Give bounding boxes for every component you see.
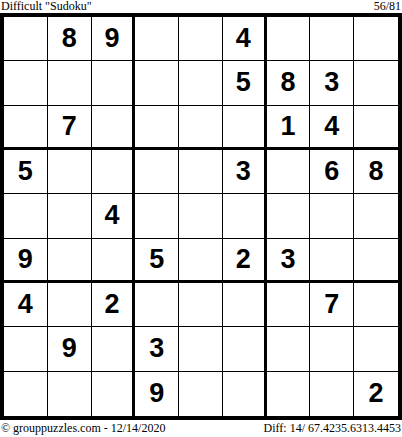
sudoku-cell-r8c6[interactable] — [223, 327, 267, 371]
sudoku-cell-r8c4[interactable]: 3 — [135, 327, 179, 371]
sudoku-cell-r4c7[interactable] — [267, 150, 311, 194]
sudoku-cell-r6c4[interactable]: 5 — [135, 239, 179, 283]
sudoku-cell-r8c2[interactable]: 9 — [48, 327, 92, 371]
sudoku-cell-r9c1[interactable] — [4, 372, 48, 416]
sudoku-cell-r1c9[interactable] — [354, 17, 398, 61]
sudoku-cell-r7c1[interactable]: 4 — [4, 283, 48, 327]
sudoku-cell-r2c9[interactable] — [354, 61, 398, 105]
sudoku-cell-r2c5[interactable] — [179, 61, 223, 105]
sudoku-cell-r7c3[interactable]: 2 — [92, 283, 136, 327]
sudoku-cell-r1c3[interactable]: 9 — [92, 17, 136, 61]
sudoku-cell-r5c8[interactable] — [310, 194, 354, 238]
sudoku-cell-r7c5[interactable] — [179, 283, 223, 327]
sudoku-page: Difficult "Sudoku" 56/81 894583714536849… — [0, 0, 402, 437]
sudoku-cell-r5c1[interactable] — [4, 194, 48, 238]
puzzle-title: Difficult "Sudoku" — [0, 0, 92, 13]
sudoku-cell-r2c2[interactable] — [48, 61, 92, 105]
sudoku-cell-r6c5[interactable] — [179, 239, 223, 283]
sudoku-cell-r5c6[interactable] — [223, 194, 267, 238]
sudoku-cell-r5c5[interactable] — [179, 194, 223, 238]
sudoku-cell-r7c8[interactable]: 7 — [310, 283, 354, 327]
footer: © grouppuzzles.com - 12/14/2020 Diff: 14… — [0, 420, 402, 437]
sudoku-cell-r8c9[interactable] — [354, 327, 398, 371]
sudoku-cell-r4c4[interactable] — [135, 150, 179, 194]
sudoku-cell-r5c3[interactable]: 4 — [92, 194, 136, 238]
sudoku-cell-r1c7[interactable] — [267, 17, 311, 61]
sudoku-cell-r4c1[interactable]: 5 — [4, 150, 48, 194]
sudoku-cell-r9c6[interactable] — [223, 372, 267, 416]
sudoku-cell-r3c6[interactable] — [223, 106, 267, 150]
sudoku-cell-r2c6[interactable]: 5 — [223, 61, 267, 105]
sudoku-cell-r8c8[interactable] — [310, 327, 354, 371]
sudoku-cell-r6c1[interactable]: 9 — [4, 239, 48, 283]
sudoku-cell-r5c2[interactable] — [48, 194, 92, 238]
sudoku-cell-r3c7[interactable]: 1 — [267, 106, 311, 150]
sudoku-cell-r8c5[interactable] — [179, 327, 223, 371]
sudoku-cell-r9c9[interactable]: 2 — [354, 372, 398, 416]
difficulty-text: Diff: 14/ 67.4235.6313.4453 — [264, 421, 402, 436]
sudoku-cell-r2c3[interactable] — [92, 61, 136, 105]
sudoku-cell-r6c6[interactable]: 2 — [223, 239, 267, 283]
sudoku-cell-r2c4[interactable] — [135, 61, 179, 105]
sudoku-cell-r4c9[interactable]: 8 — [354, 150, 398, 194]
sudoku-cell-r5c7[interactable] — [267, 194, 311, 238]
sudoku-cell-r4c3[interactable] — [92, 150, 136, 194]
sudoku-cell-r7c6[interactable] — [223, 283, 267, 327]
sudoku-cell-r4c2[interactable] — [48, 150, 92, 194]
sudoku-cell-r6c9[interactable] — [354, 239, 398, 283]
sudoku-cell-r3c5[interactable] — [179, 106, 223, 150]
sudoku-cell-r2c1[interactable] — [4, 61, 48, 105]
sudoku-cell-r8c7[interactable] — [267, 327, 311, 371]
sudoku-cell-r9c2[interactable] — [48, 372, 92, 416]
sudoku-cell-r7c9[interactable] — [354, 283, 398, 327]
sudoku-cell-r9c4[interactable]: 9 — [135, 372, 179, 416]
sudoku-cell-r8c3[interactable] — [92, 327, 136, 371]
sudoku-cell-r1c2[interactable]: 8 — [48, 17, 92, 61]
sudoku-cell-r9c7[interactable] — [267, 372, 311, 416]
sudoku-cell-r8c1[interactable] — [4, 327, 48, 371]
sudoku-cell-r2c7[interactable]: 8 — [267, 61, 311, 105]
sudoku-cell-r9c8[interactable] — [310, 372, 354, 416]
sudoku-cell-r4c8[interactable]: 6 — [310, 150, 354, 194]
sudoku-cell-r9c3[interactable] — [92, 372, 136, 416]
sudoku-cell-r7c4[interactable] — [135, 283, 179, 327]
sudoku-cell-r1c4[interactable] — [135, 17, 179, 61]
sudoku-board: 8945837145368495234279392 — [0, 13, 402, 420]
sudoku-cell-r7c2[interactable] — [48, 283, 92, 327]
copyright-text: © grouppuzzles.com - 12/14/2020 — [0, 421, 165, 436]
sudoku-cell-r2c8[interactable]: 3 — [310, 61, 354, 105]
sudoku-cell-r3c4[interactable] — [135, 106, 179, 150]
sudoku-cell-r3c2[interactable]: 7 — [48, 106, 92, 150]
header: Difficult "Sudoku" 56/81 — [0, 0, 402, 13]
sudoku-cell-r4c5[interactable] — [179, 150, 223, 194]
sudoku-cell-r6c3[interactable] — [92, 239, 136, 283]
sudoku-cell-r1c6[interactable]: 4 — [223, 17, 267, 61]
sudoku-cell-r6c7[interactable]: 3 — [267, 239, 311, 283]
sudoku-cell-r3c9[interactable] — [354, 106, 398, 150]
sudoku-cell-r6c2[interactable] — [48, 239, 92, 283]
sudoku-cell-r3c1[interactable] — [4, 106, 48, 150]
sudoku-cell-r7c7[interactable] — [267, 283, 311, 327]
sudoku-cell-r6c8[interactable] — [310, 239, 354, 283]
sudoku-cell-r1c1[interactable] — [4, 17, 48, 61]
sudoku-cell-r9c5[interactable] — [179, 372, 223, 416]
empty-cell-counter: 56/81 — [374, 0, 402, 13]
sudoku-cell-r5c9[interactable] — [354, 194, 398, 238]
sudoku-cell-r4c6[interactable]: 3 — [223, 150, 267, 194]
sudoku-cell-r5c4[interactable] — [135, 194, 179, 238]
sudoku-cell-r3c8[interactable]: 4 — [310, 106, 354, 150]
sudoku-cell-r3c3[interactable] — [92, 106, 136, 150]
sudoku-cell-r1c8[interactable] — [310, 17, 354, 61]
sudoku-cell-r1c5[interactable] — [179, 17, 223, 61]
